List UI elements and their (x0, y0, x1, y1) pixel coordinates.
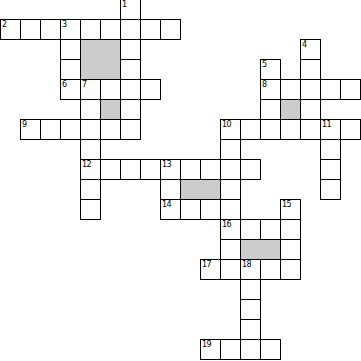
cell-r11-c11[interactable]: 16 (220, 219, 241, 240)
cell-r4-c16[interactable] (320, 79, 341, 100)
clue-number-11: 11 (322, 120, 331, 129)
cell-r11-c12[interactable] (240, 219, 261, 240)
clue-number-1: 1 (122, 0, 127, 9)
cell-r6-c17[interactable] (340, 119, 361, 140)
cell-r3-c15[interactable] (300, 59, 321, 80)
cell-r17-c13[interactable] (260, 339, 281, 360)
cell-r1-c5[interactable] (100, 19, 121, 40)
clue-number-16: 16 (222, 220, 231, 229)
cell-r5-c6[interactable] (120, 99, 141, 120)
cell-r9-c4[interactable] (80, 179, 101, 200)
cell-r17-c10[interactable]: 19 (200, 339, 221, 360)
cell-r4-c7[interactable] (140, 79, 161, 100)
shaded-block-r5-c5 (100, 99, 121, 120)
cell-r3-c13[interactable]: 5 (260, 59, 281, 80)
cell-r6-c2[interactable] (40, 119, 61, 140)
cell-r13-c14[interactable] (280, 259, 301, 280)
cell-r1-c8[interactable] (160, 19, 181, 40)
clue-number-15: 15 (282, 200, 291, 209)
cell-r10-c8[interactable]: 14 (160, 199, 181, 220)
clue-number-10: 10 (222, 120, 231, 129)
cell-r8-c9[interactable] (180, 159, 201, 180)
cell-r2-c6[interactable] (120, 39, 141, 60)
cell-r17-c12[interactable] (240, 339, 261, 360)
clue-number-14: 14 (162, 200, 171, 209)
cell-r5-c13[interactable] (260, 99, 281, 120)
cell-r5-c15[interactable] (300, 99, 321, 120)
cell-r1-c7[interactable] (140, 19, 161, 40)
cell-r2-c3[interactable] (60, 39, 81, 60)
cell-r4-c6[interactable] (120, 79, 141, 100)
cell-r9-c11[interactable] (220, 179, 241, 200)
cell-r13-c13[interactable] (260, 259, 281, 280)
cell-r4-c14[interactable] (280, 79, 301, 100)
cell-r8-c16[interactable] (320, 159, 341, 180)
clue-number-2: 2 (2, 20, 7, 29)
cell-r13-c12[interactable]: 18 (240, 259, 261, 280)
cell-r6-c16[interactable]: 11 (320, 119, 341, 140)
cell-r1-c0[interactable]: 2 (0, 19, 21, 40)
cell-r9-c8[interactable] (160, 179, 181, 200)
clue-number-7: 7 (82, 80, 87, 89)
crossword-canvas: 12345678910111213141516171819 (0, 0, 361, 361)
clue-number-13: 13 (162, 160, 171, 169)
crossword-grid: 12345678910111213141516171819 (0, 0, 361, 361)
cell-r8-c5[interactable] (100, 159, 121, 180)
cell-r4-c15[interactable] (300, 79, 321, 100)
cell-r10-c10[interactable] (200, 199, 221, 220)
cell-r16-c12[interactable] (240, 319, 261, 340)
cell-r6-c1[interactable]: 9 (20, 119, 41, 140)
cell-r7-c4[interactable] (80, 139, 101, 160)
cell-r6-c13[interactable] (260, 119, 281, 140)
cell-r13-c11[interactable] (220, 259, 241, 280)
clue-number-17: 17 (202, 260, 211, 269)
cell-r12-c11[interactable] (220, 239, 241, 260)
cell-r4-c5[interactable] (100, 79, 121, 100)
clue-number-3: 3 (62, 20, 67, 29)
clue-number-4: 4 (302, 40, 307, 49)
clue-number-12: 12 (82, 160, 91, 169)
cell-r11-c14[interactable] (280, 219, 301, 240)
cell-r4-c17[interactable] (340, 79, 361, 100)
cell-r6-c3[interactable] (60, 119, 81, 140)
cell-r3-c6[interactable] (120, 59, 141, 80)
clue-number-6: 6 (62, 80, 67, 89)
cell-r1-c4[interactable] (80, 19, 101, 40)
cell-r7-c11[interactable] (220, 139, 241, 160)
cell-r8-c10[interactable] (200, 159, 221, 180)
cell-r9-c16[interactable] (320, 179, 341, 200)
cell-r10-c9[interactable] (180, 199, 201, 220)
cell-r7-c16[interactable] (320, 139, 341, 160)
cell-r8-c4[interactable]: 12 (80, 159, 101, 180)
cell-r15-c12[interactable] (240, 299, 261, 320)
shaded-block-r2-c4 (80, 39, 121, 80)
cell-r6-c12[interactable] (240, 119, 261, 140)
cell-r6-c15[interactable] (300, 119, 321, 140)
cell-r4-c3[interactable]: 6 (60, 79, 81, 100)
cell-r8-c11[interactable] (220, 159, 241, 180)
cell-r4-c13[interactable]: 8 (260, 79, 281, 100)
cell-r10-c11[interactable] (220, 199, 241, 220)
cell-r12-c14[interactable] (280, 239, 301, 260)
cell-r8-c12[interactable] (240, 159, 261, 180)
cell-r6-c11[interactable]: 10 (220, 119, 241, 140)
cell-r13-c10[interactable]: 17 (200, 259, 221, 280)
shaded-block-r9-c9 (180, 179, 221, 200)
clue-number-18: 18 (242, 260, 251, 269)
cell-r14-c12[interactable] (240, 279, 261, 300)
clue-number-9: 9 (22, 120, 27, 129)
clue-number-5: 5 (262, 60, 267, 69)
clue-number-19: 19 (202, 340, 211, 349)
cell-r3-c3[interactable] (60, 59, 81, 80)
cell-r6-c5[interactable] (100, 119, 121, 140)
cell-r2-c15[interactable]: 4 (300, 39, 321, 60)
cell-r8-c7[interactable] (140, 159, 161, 180)
cell-r0-c6[interactable]: 1 (120, 0, 141, 20)
cell-r1-c2[interactable] (40, 19, 61, 40)
cell-r6-c4[interactable] (80, 119, 101, 140)
cell-r17-c11[interactable] (220, 339, 241, 360)
shaded-block-r12-c12 (240, 239, 281, 260)
cell-r8-c6[interactable] (120, 159, 141, 180)
cell-r10-c4[interactable] (80, 199, 101, 220)
cell-r6-c6[interactable] (120, 119, 141, 140)
shaded-block-r5-c14 (280, 99, 301, 120)
cell-r1-c3[interactable]: 3 (60, 19, 81, 40)
clue-number-8: 8 (262, 80, 267, 89)
cell-r8-c8[interactable]: 13 (160, 159, 181, 180)
cell-r10-c14[interactable]: 15 (280, 199, 301, 220)
cell-r5-c4[interactable] (80, 99, 101, 120)
cell-r1-c1[interactable] (20, 19, 41, 40)
cell-r6-c14[interactable] (280, 119, 301, 140)
cell-r11-c13[interactable] (260, 219, 281, 240)
cell-r4-c4[interactable]: 7 (80, 79, 101, 100)
cell-r1-c6[interactable] (120, 19, 141, 40)
